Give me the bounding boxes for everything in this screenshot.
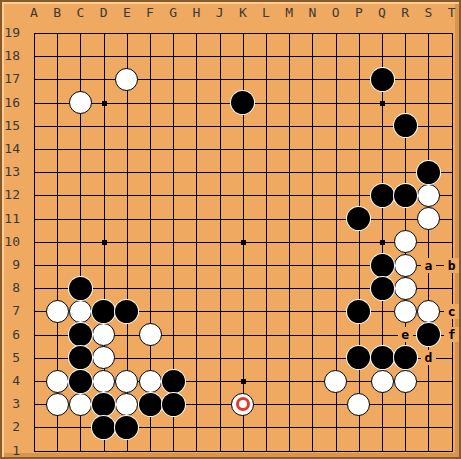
grid-line-vertical [359, 33, 360, 452]
row-label-15: 15 [2, 118, 20, 134]
column-label-F: F [140, 5, 160, 20]
star-point-D16 [102, 101, 107, 106]
black-stone-P7 [347, 300, 370, 323]
white-stone-O4 [324, 370, 347, 393]
black-stone-P11 [347, 207, 370, 230]
white-stone-F4 [139, 370, 162, 393]
white-stone-P3 [347, 393, 370, 416]
black-stone-R15 [394, 114, 417, 137]
point-label-b: b [444, 258, 459, 273]
grid-line-vertical [452, 33, 453, 452]
row-label-5: 5 [2, 350, 20, 366]
star-point-D10 [102, 240, 107, 245]
black-stone-S6 [417, 323, 440, 346]
row-label-19: 19 [2, 25, 20, 41]
point-label-a: a [421, 258, 436, 273]
black-stone-E7 [115, 300, 138, 323]
white-stone-S11 [417, 207, 440, 230]
black-stone-P5 [347, 346, 370, 369]
grid-line-vertical [266, 33, 267, 452]
black-stone-Q9 [371, 254, 394, 277]
white-stone-R4 [394, 370, 417, 393]
white-stone-E3 [115, 393, 138, 416]
white-stone-R7 [394, 300, 417, 323]
row-label-16: 16 [2, 95, 20, 111]
red-circle-marker [236, 397, 250, 411]
black-stone-G3 [162, 393, 185, 416]
column-label-P: P [349, 5, 369, 20]
grid-line-horizontal [34, 451, 453, 452]
row-label-1: 1 [2, 443, 20, 459]
column-label-E: E [117, 5, 137, 20]
column-label-K: K [233, 5, 253, 20]
white-stone-D5 [92, 346, 115, 369]
column-label-L: L [256, 5, 276, 20]
row-label-18: 18 [2, 48, 20, 64]
black-stone-C4 [69, 370, 92, 393]
row-label-8: 8 [2, 280, 20, 296]
column-label-R: R [395, 5, 415, 20]
white-stone-D6 [92, 323, 115, 346]
grid-line-vertical [289, 33, 290, 452]
star-point-K4 [241, 379, 246, 384]
black-stone-G4 [162, 370, 185, 393]
row-label-11: 11 [2, 211, 20, 227]
row-label-3: 3 [2, 396, 20, 412]
column-label-D: D [94, 5, 114, 20]
black-stone-C8 [69, 277, 92, 300]
black-stone-Q5 [371, 346, 394, 369]
white-stone-R10 [394, 230, 417, 253]
row-label-7: 7 [2, 303, 20, 319]
row-label-6: 6 [2, 327, 20, 343]
white-stone-C7 [69, 300, 92, 323]
black-stone-R12 [394, 184, 417, 207]
white-stone-C16 [69, 91, 92, 114]
white-stone-S12 [417, 184, 440, 207]
row-label-4: 4 [2, 373, 20, 389]
column-label-Q: Q [372, 5, 392, 20]
row-label-12: 12 [2, 187, 20, 203]
white-stone-D4 [92, 370, 115, 393]
row-label-13: 13 [2, 164, 20, 180]
grid-line-vertical [312, 33, 313, 452]
grid-line-vertical [428, 33, 429, 452]
black-stone-Q12 [371, 184, 394, 207]
black-stone-C5 [69, 346, 92, 369]
black-stone-Q17 [371, 68, 394, 91]
white-stone-E4 [115, 370, 138, 393]
go-board-diagram: ABCDEFGHJKLMNOPQRST 19181716151413121110… [0, 0, 461, 459]
black-stone-Q8 [371, 277, 394, 300]
row-label-2: 2 [2, 419, 20, 435]
row-label-14: 14 [2, 141, 20, 157]
white-stone-B4 [46, 370, 69, 393]
row-label-9: 9 [2, 257, 20, 273]
column-label-B: B [47, 5, 67, 20]
column-label-T: T [442, 5, 461, 20]
star-point-Q10 [380, 240, 385, 245]
black-stone-D3 [92, 393, 115, 416]
row-label-10: 10 [2, 234, 20, 250]
column-label-N: N [302, 5, 322, 20]
black-stone-D7 [92, 300, 115, 323]
point-label-f: f [444, 327, 459, 342]
black-stone-D2 [92, 416, 115, 439]
white-stone-B3 [46, 393, 69, 416]
black-stone-R5 [394, 346, 417, 369]
white-stone-F6 [139, 323, 162, 346]
star-point-Q16 [380, 101, 385, 106]
black-stone-C6 [69, 323, 92, 346]
column-label-H: H [186, 5, 206, 20]
white-stone-E17 [115, 68, 138, 91]
black-stone-K16 [231, 91, 254, 114]
point-label-c: c [444, 304, 459, 319]
white-stone-C3 [69, 393, 92, 416]
column-label-M: M [279, 5, 299, 20]
column-label-G: G [163, 5, 183, 20]
white-stone-R8 [394, 277, 417, 300]
white-stone-R9 [394, 254, 417, 277]
white-stone-B7 [46, 300, 69, 323]
point-label-d: d [421, 350, 436, 365]
white-stone-S7 [417, 300, 440, 323]
star-point-K10 [241, 240, 246, 245]
row-label-17: 17 [2, 71, 20, 87]
point-label-e: e [398, 327, 413, 342]
black-stone-S13 [417, 161, 440, 184]
black-stone-F3 [139, 393, 162, 416]
black-stone-E2 [115, 416, 138, 439]
column-label-O: O [326, 5, 346, 20]
white-stone-Q4 [371, 370, 394, 393]
column-label-S: S [418, 5, 438, 20]
column-label-C: C [70, 5, 90, 20]
column-label-A: A [24, 5, 44, 20]
column-label-J: J [210, 5, 230, 20]
